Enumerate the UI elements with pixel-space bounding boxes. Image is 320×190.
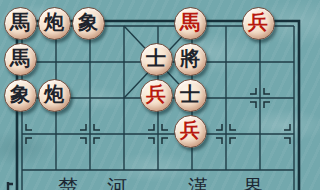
red-soldier-f7-glyph: 兵 [180, 120, 200, 140]
red-soldier-e8-glyph: 兵 [146, 84, 166, 104]
red-horse-f10[interactable]: 馬 [174, 7, 207, 40]
black-horse-a10-glyph: 馬 [10, 12, 30, 32]
red-soldier-e8[interactable]: 兵 [140, 79, 173, 112]
black-cannon-b10[interactable]: 炮 [38, 7, 71, 40]
black-elephant-a8-glyph: 象 [10, 84, 30, 104]
black-horse-a9[interactable]: 馬 [4, 43, 37, 76]
red-soldier-h10[interactable]: 兵 [242, 7, 275, 40]
red-horse-f10-glyph: 馬 [180, 12, 200, 32]
black-advisor-f8-glyph: 士 [180, 84, 200, 104]
black-cannon-b10-glyph: 炮 [44, 12, 64, 32]
black-horse-a10[interactable]: 馬 [4, 7, 37, 40]
red-soldier-f7[interactable]: 兵 [174, 115, 207, 148]
red-soldier-h10-glyph: 兵 [248, 12, 268, 32]
black-elephant-c10[interactable]: 象 [72, 7, 105, 40]
black-cannon-b8[interactable]: 炮 [38, 79, 71, 112]
xiangqi-board: 楚 河 漢 界 馬炮象馬兵馬士將象炮兵士兵 [0, 0, 320, 190]
black-general-f9-glyph: 將 [180, 48, 200, 68]
black-cannon-b8-glyph: 炮 [44, 84, 64, 104]
black-general-f9[interactable]: 將 [174, 43, 207, 76]
black-advisor-e9-glyph: 士 [146, 48, 166, 68]
black-elephant-a8[interactable]: 象 [4, 79, 37, 112]
pieces-layer: 馬炮象馬兵馬士將象炮兵士兵 [5, 8, 311, 188]
black-advisor-f8[interactable]: 士 [174, 79, 207, 112]
black-elephant-c10-glyph: 象 [78, 12, 98, 32]
black-advisor-e9[interactable]: 士 [140, 43, 173, 76]
black-horse-a9-glyph: 馬 [10, 48, 30, 68]
